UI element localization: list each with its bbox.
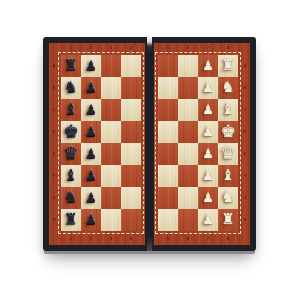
coordinate-label-right-2: B [243, 86, 247, 90]
square-d3 [178, 143, 198, 165]
coordinate-label-bottom-7: 7 [206, 237, 210, 241]
piece-black-b-f8: ♝ [64, 102, 77, 117]
square-c8: ♝ [61, 165, 81, 187]
square-c5 [121, 165, 141, 187]
square-h4 [158, 55, 178, 77]
square-b6 [101, 187, 121, 209]
piece-white-p-b2: ♟ [202, 191, 214, 204]
coordinate-label-top-5: 5 [166, 46, 170, 50]
piece-black-q-d8: ♛ [63, 145, 78, 162]
piece-white-n-b1: ♞ [221, 190, 234, 205]
piece-black-p-d7: ♟ [85, 147, 97, 160]
coordinate-label-right-8: H [243, 218, 247, 222]
square-f8: ♝ [61, 99, 81, 121]
piece-white-r-h1: ♜ [221, 58, 234, 73]
piece-black-p-h7: ♟ [85, 59, 97, 72]
square-g2: ♟ [198, 77, 218, 99]
coordinate-label-left-1: A [52, 64, 56, 68]
square-b7: ♟ [81, 187, 101, 209]
coordinate-label-bottom-3: 3 [109, 237, 113, 241]
square-c7: ♟ [81, 165, 101, 187]
coordinate-label-top-1: 1 [69, 46, 73, 50]
board-half-right: ♟♜♟♞♟♝♟♚♟♛♟♝♟♞♟♜ 55667788ABCDEFGH [152, 37, 256, 251]
square-c1: ♝ [218, 165, 238, 187]
square-d4 [158, 143, 178, 165]
piece-white-n-g1: ♞ [221, 80, 234, 95]
square-h2: ♟ [198, 55, 218, 77]
coordinate-label-right-6: F [243, 174, 247, 178]
piece-white-p-h2: ♟ [202, 59, 214, 72]
coordinate-label-left-3: C [52, 108, 56, 112]
square-b3 [178, 187, 198, 209]
board-half-left-playfield: ♜♟♞♟♝♟♚♟♛♟♝♟♞♟♜♟ 11223344ABCDEFGH [61, 55, 141, 231]
square-a2: ♟ [198, 209, 218, 231]
coordinate-label-top-8: 8 [226, 46, 230, 50]
square-a4 [158, 209, 178, 231]
coordinate-label-left-8: H [52, 218, 56, 222]
square-g3 [178, 77, 198, 99]
square-g4 [158, 77, 178, 99]
square-b2: ♟ [198, 187, 218, 209]
piece-white-p-c2: ♟ [202, 169, 214, 182]
coordinate-label-left-2: B [52, 86, 56, 90]
coordinate-label-top-4: 4 [129, 46, 133, 50]
piece-white-p-g2: ♟ [202, 81, 214, 94]
coordinate-label-top-2: 2 [89, 46, 93, 50]
square-a7: ♟ [81, 209, 101, 231]
square-b4 [158, 187, 178, 209]
square-f2: ♟ [198, 99, 218, 121]
square-b1: ♞ [218, 187, 238, 209]
product-photo-scene: ♜♟♞♟♝♟♚♟♛♟♝♟♞♟♜♟ 11223344ABCDEFGH ♟♜♟♞♟♝… [0, 0, 300, 300]
square-d2: ♟ [198, 143, 218, 165]
square-h7: ♟ [81, 55, 101, 77]
piece-white-q-d1: ♛ [220, 145, 235, 162]
coordinate-label-top-7: 7 [206, 46, 210, 50]
coordinate-label-right-7: G [243, 196, 247, 200]
square-d5 [121, 143, 141, 165]
board-grid-left: ♜♟♞♟♝♟♚♟♛♟♝♟♞♟♜♟ [61, 55, 141, 231]
coordinate-label-bottom-5: 5 [166, 237, 170, 241]
square-a6 [101, 209, 121, 231]
square-e8: ♚ [61, 121, 81, 143]
square-e6 [101, 121, 121, 143]
coordinate-label-left-7: G [52, 196, 56, 200]
piece-white-b-f1: ♝ [221, 102, 234, 117]
coordinate-label-bottom-2: 2 [89, 237, 93, 241]
piece-white-p-d2: ♟ [202, 147, 214, 160]
coordinate-label-left-5: E [52, 152, 56, 156]
piece-black-p-b7: ♟ [85, 191, 97, 204]
piece-white-k-e1: ♚ [220, 123, 235, 140]
piece-white-r-a1: ♜ [221, 212, 234, 227]
square-b5 [121, 187, 141, 209]
square-f4 [158, 99, 178, 121]
square-d8: ♛ [61, 143, 81, 165]
piece-black-p-a7: ♟ [85, 213, 97, 226]
piece-black-p-g7: ♟ [85, 81, 97, 94]
square-d6 [101, 143, 121, 165]
coordinate-label-left-4: D [52, 130, 56, 134]
board-half-left: ♜♟♞♟♝♟♚♟♛♟♝♟♞♟♜♟ 11223344ABCDEFGH [43, 37, 147, 251]
piece-black-r-h8: ♜ [64, 58, 77, 73]
coordinate-label-bottom-8: 8 [226, 237, 230, 241]
square-e4 [158, 121, 178, 143]
coordinate-label-bottom-4: 4 [129, 237, 133, 241]
square-a8: ♜ [61, 209, 81, 231]
square-g6 [101, 77, 121, 99]
square-c3 [178, 165, 198, 187]
square-a3 [178, 209, 198, 231]
coordinate-label-bottom-1: 1 [69, 237, 73, 241]
piece-black-p-c7: ♟ [85, 169, 97, 182]
folding-chess-set: ♜♟♞♟♝♟♚♟♛♟♝♟♞♟♜♟ 11223344ABCDEFGH ♟♜♟♞♟♝… [43, 37, 256, 251]
square-f7: ♟ [81, 99, 101, 121]
square-g1: ♞ [218, 77, 238, 99]
square-f1: ♝ [218, 99, 238, 121]
square-e7: ♟ [81, 121, 101, 143]
square-c6 [101, 165, 121, 187]
square-h1: ♜ [218, 55, 238, 77]
coordinate-label-right-5: E [243, 152, 247, 156]
piece-black-p-f7: ♟ [85, 103, 97, 116]
piece-black-b-c8: ♝ [64, 168, 77, 183]
piece-black-k-e8: ♚ [63, 123, 78, 140]
square-e2: ♟ [198, 121, 218, 143]
coordinate-label-right-1: A [243, 64, 247, 68]
square-e1: ♚ [218, 121, 238, 143]
square-f6 [101, 99, 121, 121]
piece-black-n-b8: ♞ [64, 190, 77, 205]
square-a5 [121, 209, 141, 231]
square-c4 [158, 165, 178, 187]
square-e3 [178, 121, 198, 143]
board-grid-right: ♟♜♟♞♟♝♟♚♟♛♟♝♟♞♟♜ [158, 55, 238, 231]
coordinate-label-right-3: C [243, 108, 247, 112]
square-g5 [121, 77, 141, 99]
coordinate-label-left-6: F [52, 174, 56, 178]
square-f3 [178, 99, 198, 121]
piece-black-r-a8: ♜ [64, 212, 77, 227]
square-f5 [121, 99, 141, 121]
square-h3 [178, 55, 198, 77]
square-b8: ♞ [61, 187, 81, 209]
coordinate-label-top-6: 6 [186, 46, 190, 50]
coordinate-label-top-3: 3 [109, 46, 113, 50]
square-g7: ♟ [81, 77, 101, 99]
square-h5 [121, 55, 141, 77]
square-g8: ♞ [61, 77, 81, 99]
square-d7: ♟ [81, 143, 101, 165]
piece-black-p-e7: ♟ [85, 125, 97, 138]
square-h6 [101, 55, 121, 77]
coordinate-label-right-4: D [243, 130, 247, 134]
piece-white-p-e2: ♟ [202, 125, 214, 138]
coordinate-label-bottom-6: 6 [186, 237, 190, 241]
square-d1: ♛ [218, 143, 238, 165]
piece-white-p-f2: ♟ [202, 103, 214, 116]
piece-black-n-g8: ♞ [64, 80, 77, 95]
square-a1: ♜ [218, 209, 238, 231]
square-e5 [121, 121, 141, 143]
piece-white-b-c1: ♝ [221, 168, 234, 183]
square-c2: ♟ [198, 165, 218, 187]
piece-white-p-a2: ♟ [202, 213, 214, 226]
board-half-right-playfield: ♟♜♟♞♟♝♟♚♟♛♟♝♟♞♟♜ 55667788ABCDEFGH [158, 55, 238, 231]
square-h8: ♜ [61, 55, 81, 77]
